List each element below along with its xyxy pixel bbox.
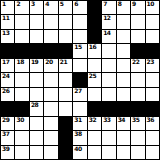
cell-r6c8[interactable] xyxy=(102,73,115,86)
cell-r3c2[interactable] xyxy=(15,30,28,43)
black-cell-r8c8 xyxy=(102,102,115,115)
cell-r2c2[interactable] xyxy=(15,15,28,28)
clue-number-20: 20 xyxy=(45,59,52,65)
clue-number-18: 18 xyxy=(16,59,23,65)
black-cell-r11c5 xyxy=(59,146,72,159)
black-cell-r4c1 xyxy=(1,44,14,57)
clue-number-4: 4 xyxy=(45,1,49,7)
black-cell-r8c11 xyxy=(146,102,159,115)
cell-r5c7[interactable] xyxy=(88,59,101,72)
cell-r7c11[interactable] xyxy=(146,88,159,101)
cell-r5c5[interactable]: 21 xyxy=(59,59,72,72)
cell-r11c7[interactable] xyxy=(88,146,101,159)
cell-r9c11[interactable]: 36 xyxy=(146,117,159,130)
black-cell-r1c7 xyxy=(88,1,101,14)
cell-r10c4[interactable] xyxy=(44,131,57,144)
black-cell-r6c6 xyxy=(73,73,86,86)
cell-r11c6[interactable]: 40 xyxy=(73,146,86,159)
cell-r3c4[interactable] xyxy=(44,30,57,43)
black-cell-r4c4 xyxy=(44,44,57,57)
cell-r2c1[interactable]: 11 xyxy=(1,15,14,28)
cell-r6c11[interactable] xyxy=(146,73,159,86)
cell-r9c1[interactable]: 29 xyxy=(1,117,14,130)
cell-r5c2[interactable]: 18 xyxy=(15,59,28,72)
clue-number-31: 31 xyxy=(74,117,81,123)
cell-r10c8[interactable] xyxy=(102,131,115,144)
clue-number-29: 29 xyxy=(2,117,9,123)
cell-r9c10[interactable]: 35 xyxy=(131,117,144,130)
clue-number-5: 5 xyxy=(60,1,64,7)
cell-r6c1[interactable]: 24 xyxy=(1,73,14,86)
cell-r1c1[interactable]: 1 xyxy=(1,1,14,14)
clue-number-2: 2 xyxy=(16,1,20,7)
cell-r9c4[interactable] xyxy=(44,117,57,130)
black-cell-r4c5 xyxy=(59,44,72,57)
clue-number-35: 35 xyxy=(132,117,139,123)
cell-r7c10[interactable] xyxy=(131,88,144,101)
cell-r5c6[interactable] xyxy=(73,59,86,72)
cell-r8c6[interactable] xyxy=(73,102,86,115)
cell-r3c10[interactable] xyxy=(131,30,144,43)
cell-r3c8[interactable]: 14 xyxy=(102,30,115,43)
cell-r5c8[interactable] xyxy=(102,59,115,72)
crossword-board: 1234567891011121314151617181920212223242… xyxy=(0,0,160,160)
cell-r2c5[interactable] xyxy=(59,15,72,28)
cell-r11c8[interactable] xyxy=(102,146,115,159)
cell-r6c4[interactable] xyxy=(44,73,57,86)
cell-r6c10[interactable] xyxy=(131,73,144,86)
cell-r2c9[interactable] xyxy=(117,15,130,28)
cell-r5c11[interactable]: 23 xyxy=(146,59,159,72)
cell-r4c7[interactable]: 16 xyxy=(88,44,101,57)
clue-number-15: 15 xyxy=(74,44,81,50)
black-cell-r8c1 xyxy=(1,102,14,115)
cell-r3c1[interactable]: 13 xyxy=(1,30,14,43)
cell-r1c11[interactable]: 10 xyxy=(146,1,159,14)
clue-number-3: 3 xyxy=(31,1,35,7)
clue-number-34: 34 xyxy=(118,117,125,123)
clue-number-39: 39 xyxy=(2,146,9,152)
cell-r2c4[interactable] xyxy=(44,15,57,28)
black-cell-r4c11 xyxy=(146,44,159,57)
cell-r10c6[interactable]: 38 xyxy=(73,131,86,144)
cell-r11c4[interactable] xyxy=(44,146,57,159)
black-cell-r8c2 xyxy=(15,102,28,115)
cell-r7c1[interactable]: 26 xyxy=(1,88,14,101)
clue-number-38: 38 xyxy=(74,131,81,137)
cell-r7c4[interactable] xyxy=(44,88,57,101)
clue-number-13: 13 xyxy=(2,30,9,36)
cell-r10c7[interactable] xyxy=(88,131,101,144)
cell-r7c8[interactable] xyxy=(102,88,115,101)
cell-r7c7[interactable] xyxy=(88,88,101,101)
cell-r5c4[interactable]: 20 xyxy=(44,59,57,72)
cell-r1c3[interactable]: 3 xyxy=(30,1,43,14)
clue-number-30: 30 xyxy=(16,117,23,123)
clue-number-36: 36 xyxy=(147,117,154,123)
clue-number-21: 21 xyxy=(60,59,67,65)
cell-r5c9[interactable] xyxy=(117,59,130,72)
clue-number-8: 8 xyxy=(118,1,122,7)
cell-r1c2[interactable]: 2 xyxy=(15,1,28,14)
clue-number-9: 9 xyxy=(132,1,136,7)
cell-r9c2[interactable]: 30 xyxy=(15,117,28,130)
cell-r11c11[interactable] xyxy=(146,146,159,159)
clue-number-12: 12 xyxy=(103,15,110,21)
black-cell-r8c7 xyxy=(88,102,101,115)
clue-number-26: 26 xyxy=(2,88,9,94)
cell-r5c10[interactable]: 22 xyxy=(131,59,144,72)
cell-r5c1[interactable]: 17 xyxy=(1,59,14,72)
black-cell-r2c7 xyxy=(88,15,101,28)
cell-r3c11[interactable] xyxy=(146,30,159,43)
cell-r1c8[interactable]: 7 xyxy=(102,1,115,14)
clue-number-17: 17 xyxy=(2,59,9,65)
cell-r4c9[interactable] xyxy=(117,44,130,57)
cell-r1c4[interactable]: 4 xyxy=(44,1,57,14)
cell-r3c9[interactable] xyxy=(117,30,130,43)
cell-r2c8[interactable]: 12 xyxy=(102,15,115,28)
clue-number-16: 16 xyxy=(89,44,96,50)
cell-r10c3[interactable] xyxy=(30,131,43,144)
cell-r6c7[interactable]: 25 xyxy=(88,73,101,86)
cell-r2c10[interactable] xyxy=(131,15,144,28)
clue-number-25: 25 xyxy=(89,73,96,79)
cell-r7c6[interactable]: 27 xyxy=(73,88,86,101)
clue-number-40: 40 xyxy=(74,146,81,152)
black-cell-r9c5 xyxy=(59,117,72,130)
cell-r3c6[interactable] xyxy=(73,30,86,43)
cell-r10c1[interactable]: 37 xyxy=(1,131,14,144)
cell-r7c5[interactable] xyxy=(59,88,72,101)
cell-r11c2[interactable] xyxy=(15,146,28,159)
cell-r1c5[interactable]: 5 xyxy=(59,1,72,14)
clue-number-37: 37 xyxy=(2,131,9,137)
cell-r3c3[interactable] xyxy=(30,30,43,43)
cell-r3c5[interactable] xyxy=(59,30,72,43)
cell-r6c3[interactable] xyxy=(30,73,43,86)
cell-r1c6[interactable]: 6 xyxy=(73,1,86,14)
clue-number-6: 6 xyxy=(74,1,78,7)
cell-r11c9[interactable] xyxy=(117,146,130,159)
clue-number-22: 22 xyxy=(132,59,139,65)
cell-r1c10[interactable]: 9 xyxy=(131,1,144,14)
clue-number-19: 19 xyxy=(31,59,38,65)
cell-r9c6[interactable]: 31 xyxy=(73,117,86,130)
cell-r8c5[interactable] xyxy=(59,102,72,115)
black-cell-r10c5 xyxy=(59,131,72,144)
cell-r2c3[interactable] xyxy=(30,15,43,28)
cell-r2c11[interactable] xyxy=(146,15,159,28)
cell-r7c9[interactable] xyxy=(117,88,130,101)
clue-number-24: 24 xyxy=(2,73,9,79)
cell-r1c9[interactable]: 8 xyxy=(117,1,130,14)
black-cell-r4c3 xyxy=(30,44,43,57)
cell-r2c6[interactable] xyxy=(73,15,86,28)
black-cell-r4c2 xyxy=(15,44,28,57)
clue-number-32: 32 xyxy=(89,117,96,123)
cell-r8c3[interactable]: 28 xyxy=(30,102,43,115)
clue-number-28: 28 xyxy=(31,102,38,108)
clue-number-23: 23 xyxy=(147,59,154,65)
cell-r10c9[interactable] xyxy=(117,131,130,144)
cell-r5c3[interactable]: 19 xyxy=(30,59,43,72)
clue-number-10: 10 xyxy=(147,1,154,7)
clue-number-1: 1 xyxy=(2,1,6,7)
cell-r10c2[interactable] xyxy=(15,131,28,144)
cell-r9c8[interactable]: 33 xyxy=(102,117,115,130)
black-cell-r4c10 xyxy=(131,44,144,57)
cell-r6c9[interactable] xyxy=(117,73,130,86)
cell-r11c10[interactable] xyxy=(131,146,144,159)
cell-r9c9[interactable]: 34 xyxy=(117,117,130,130)
cell-r10c11[interactable] xyxy=(146,131,159,144)
cell-r11c1[interactable]: 39 xyxy=(1,146,14,159)
black-cell-r8c10 xyxy=(131,102,144,115)
cell-r4c6[interactable]: 15 xyxy=(73,44,86,57)
clue-number-33: 33 xyxy=(103,117,110,123)
black-cell-r3c7 xyxy=(88,30,101,43)
cell-r9c3[interactable] xyxy=(30,117,43,130)
cell-r8c4[interactable] xyxy=(44,102,57,115)
cell-r9c7[interactable]: 32 xyxy=(88,117,101,130)
cell-r4c8[interactable] xyxy=(102,44,115,57)
cell-r11c3[interactable] xyxy=(30,146,43,159)
cell-r7c3[interactable] xyxy=(30,88,43,101)
clue-number-7: 7 xyxy=(103,1,107,7)
cell-r6c5[interactable] xyxy=(59,73,72,86)
clue-number-27: 27 xyxy=(74,88,81,94)
cell-r6c2[interactable] xyxy=(15,73,28,86)
black-cell-r8c9 xyxy=(117,102,130,115)
clue-number-11: 11 xyxy=(2,15,9,21)
clue-number-14: 14 xyxy=(103,30,110,36)
cell-r7c2[interactable] xyxy=(15,88,28,101)
cell-r10c10[interactable] xyxy=(131,131,144,144)
